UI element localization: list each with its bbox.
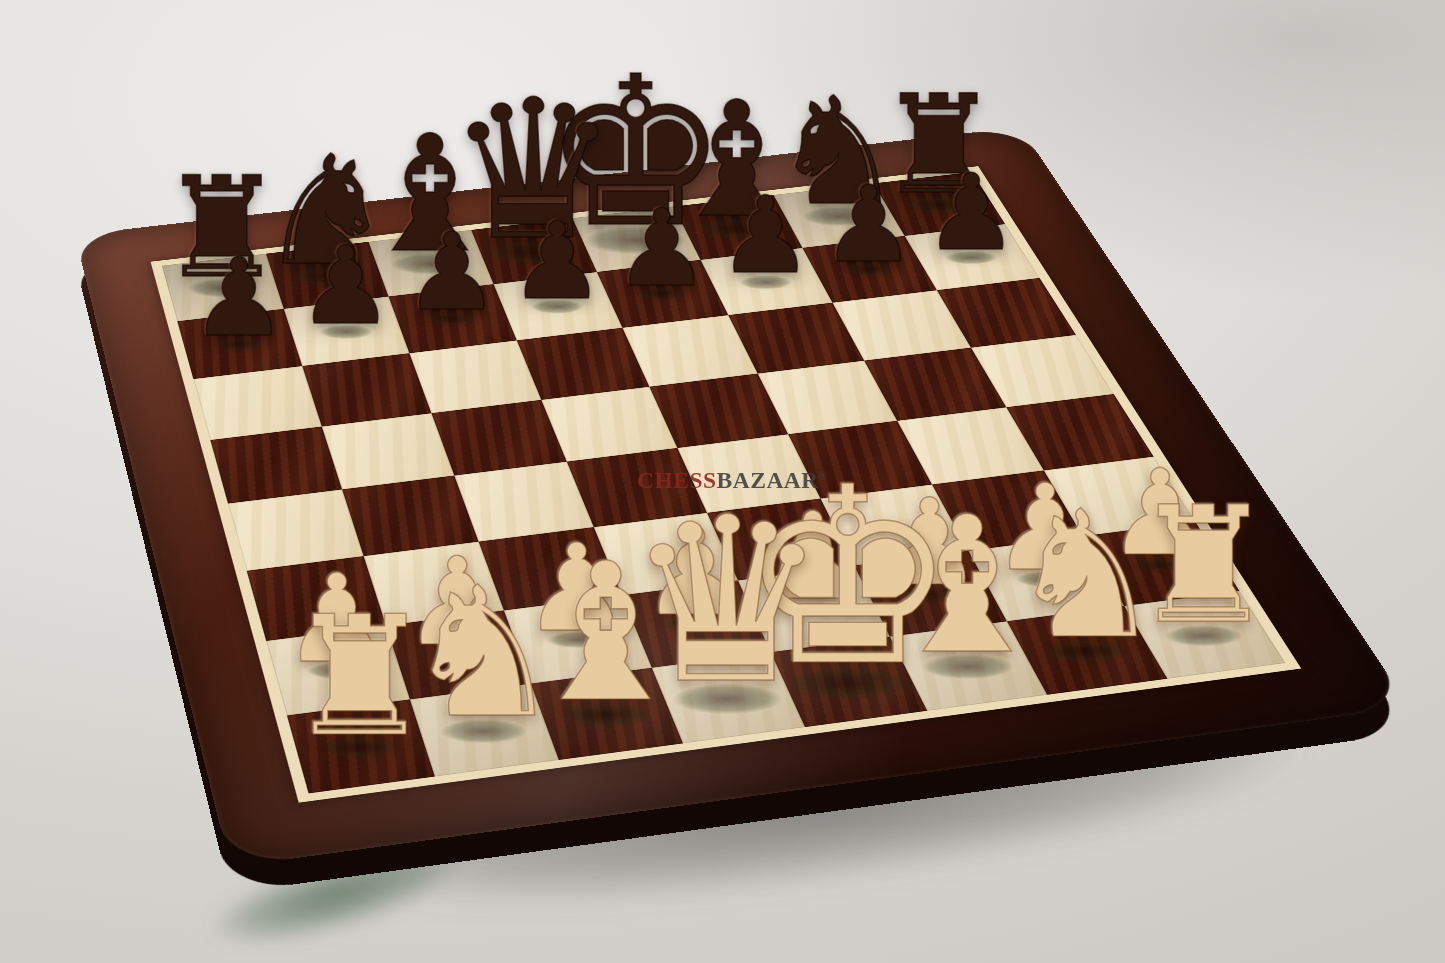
- piece-black-pawn-g7[interactable]: ♟: [821, 172, 916, 278]
- piece-black-pawn-c7[interactable]: ♟: [404, 220, 500, 327]
- photo-stage: ♜♞♝♛♚♝♞♜♟♟♟♟♟♟♟♟♟♟♟♟♟♟♟♟♜♞♝♛♚♝♞♜ CHESSBA…: [0, 0, 1445, 963]
- piece-black-pawn-d7[interactable]: ♟: [509, 207, 605, 314]
- piece-black-pawn-b7[interactable]: ♟: [297, 232, 393, 340]
- piece-black-pawn-a7[interactable]: ♟: [191, 244, 288, 352]
- piece-black-pawn-f7[interactable]: ♟: [718, 183, 813, 289]
- piece-black-pawn-h7[interactable]: ♟: [924, 160, 1018, 265]
- piece-black-pawn-e7[interactable]: ♟: [614, 195, 709, 301]
- piece-white-rook-a1[interactable]: ♜: [286, 593, 434, 758]
